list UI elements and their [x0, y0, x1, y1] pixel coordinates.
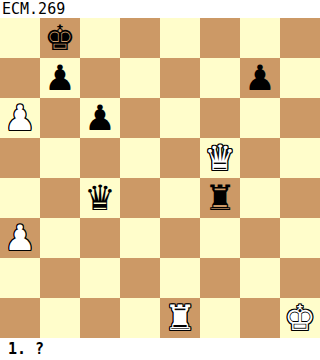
square-h1[interactable]: ♚	[280, 298, 320, 338]
square-g2[interactable]	[240, 258, 280, 298]
square-g8[interactable]	[240, 18, 280, 58]
move-prompt: 1. ?	[0, 338, 320, 360]
square-c5[interactable]	[80, 138, 120, 178]
square-f7[interactable]	[200, 58, 240, 98]
chess-diagram-window: ECM.269 ♚♟♟♟♟♛♛♜♟♜♚ 1. ?	[0, 0, 320, 360]
square-e8[interactable]	[160, 18, 200, 58]
black-pawn[interactable]: ♟	[44, 58, 75, 98]
square-c7[interactable]	[80, 58, 120, 98]
square-e2[interactable]	[160, 258, 200, 298]
square-h7[interactable]	[280, 58, 320, 98]
square-a5[interactable]	[0, 138, 40, 178]
square-h8[interactable]	[280, 18, 320, 58]
square-f8[interactable]	[200, 18, 240, 58]
square-b3[interactable]	[40, 218, 80, 258]
square-g3[interactable]	[240, 218, 280, 258]
square-h6[interactable]	[280, 98, 320, 138]
square-d7[interactable]	[120, 58, 160, 98]
square-b4[interactable]	[40, 178, 80, 218]
square-h2[interactable]	[280, 258, 320, 298]
square-a2[interactable]	[0, 258, 40, 298]
square-e7[interactable]	[160, 58, 200, 98]
square-d5[interactable]	[120, 138, 160, 178]
square-c3[interactable]	[80, 218, 120, 258]
square-h3[interactable]	[280, 218, 320, 258]
square-e6[interactable]	[160, 98, 200, 138]
square-a4[interactable]	[0, 178, 40, 218]
square-f6[interactable]	[200, 98, 240, 138]
square-g4[interactable]	[240, 178, 280, 218]
white-king[interactable]: ♚	[284, 298, 315, 338]
square-b2[interactable]	[40, 258, 80, 298]
square-g5[interactable]	[240, 138, 280, 178]
square-d3[interactable]	[120, 218, 160, 258]
black-king[interactable]: ♚	[44, 18, 75, 58]
black-pawn[interactable]: ♟	[84, 98, 115, 138]
square-h5[interactable]	[280, 138, 320, 178]
square-b5[interactable]	[40, 138, 80, 178]
square-d4[interactable]	[120, 178, 160, 218]
white-queen[interactable]: ♛	[204, 138, 235, 178]
square-e4[interactable]	[160, 178, 200, 218]
square-e5[interactable]	[160, 138, 200, 178]
black-pawn[interactable]: ♟	[244, 58, 275, 98]
square-b8[interactable]: ♚	[40, 18, 80, 58]
square-c8[interactable]	[80, 18, 120, 58]
black-rook[interactable]: ♜	[204, 178, 235, 218]
square-a3[interactable]: ♟	[0, 218, 40, 258]
square-d8[interactable]	[120, 18, 160, 58]
square-c4[interactable]: ♛	[80, 178, 120, 218]
square-c1[interactable]	[80, 298, 120, 338]
square-d2[interactable]	[120, 258, 160, 298]
square-g6[interactable]	[240, 98, 280, 138]
black-queen[interactable]: ♛	[84, 178, 115, 218]
square-d1[interactable]	[120, 298, 160, 338]
square-a8[interactable]	[0, 18, 40, 58]
square-f1[interactable]	[200, 298, 240, 338]
square-c6[interactable]: ♟	[80, 98, 120, 138]
white-pawn[interactable]: ♟	[4, 98, 35, 138]
white-pawn[interactable]: ♟	[4, 218, 35, 258]
square-g7[interactable]: ♟	[240, 58, 280, 98]
square-f3[interactable]	[200, 218, 240, 258]
square-c2[interactable]	[80, 258, 120, 298]
square-b7[interactable]: ♟	[40, 58, 80, 98]
chess-board: ♚♟♟♟♟♛♛♜♟♜♚	[0, 18, 320, 338]
square-f4[interactable]: ♜	[200, 178, 240, 218]
square-f2[interactable]	[200, 258, 240, 298]
square-a6[interactable]: ♟	[0, 98, 40, 138]
square-b6[interactable]	[40, 98, 80, 138]
square-a1[interactable]	[0, 298, 40, 338]
diagram-label: ECM.269	[0, 0, 320, 18]
square-b1[interactable]	[40, 298, 80, 338]
square-e1[interactable]: ♜	[160, 298, 200, 338]
square-g1[interactable]	[240, 298, 280, 338]
square-d6[interactable]	[120, 98, 160, 138]
square-a7[interactable]	[0, 58, 40, 98]
white-rook[interactable]: ♜	[164, 298, 195, 338]
square-f5[interactable]: ♛	[200, 138, 240, 178]
square-e3[interactable]	[160, 218, 200, 258]
square-h4[interactable]	[280, 178, 320, 218]
